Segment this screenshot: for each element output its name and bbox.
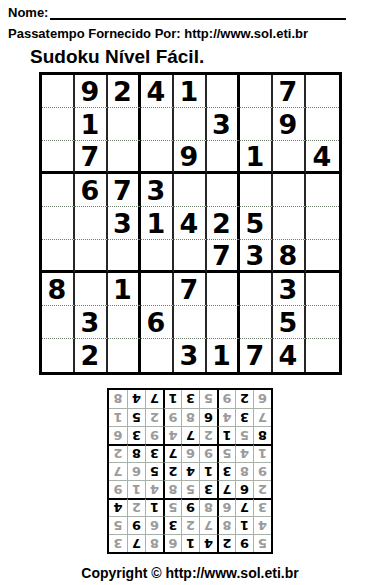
- solution-cell-r7c6: 4: [163, 426, 181, 444]
- solution-cell-r8c9: 1: [109, 408, 127, 426]
- puzzle-cell-r7c9: [306, 273, 339, 306]
- puzzle-cell-r8c6: [207, 306, 240, 339]
- solution-cell-r9c2: 2: [235, 390, 253, 408]
- solution-cell-r8c7: 2: [145, 408, 163, 426]
- solution-cell-r3c6: 5: [163, 498, 181, 516]
- name-label: Nome:: [8, 6, 48, 20]
- puzzle-cell-r5c3: 3: [108, 207, 141, 240]
- solution-cell-r7c2: 5: [235, 426, 253, 444]
- puzzle-cell-r1c3: 2: [108, 75, 141, 108]
- puzzle-cell-r8c1: [42, 306, 75, 339]
- puzzle-cell-r7c4: [141, 273, 174, 306]
- solution-cell-r7c8: 3: [127, 426, 145, 444]
- solution-cell-r6c5: 6: [181, 444, 199, 462]
- solution-cell-r3c3: 6: [217, 498, 235, 516]
- solution-cell-r5c9: 7: [109, 462, 127, 480]
- puzzle-cell-r1c6: [207, 75, 240, 108]
- solution-cell-r8c6: 9: [163, 408, 181, 426]
- solution-cell-r6c3: 5: [217, 444, 235, 462]
- solution-cell-r5c1: 9: [253, 462, 271, 480]
- puzzle-cell-r7c3: 1: [108, 273, 141, 306]
- solution-cell-r4c3: 7: [217, 480, 235, 498]
- solution-cell-r1c1: 5: [253, 534, 271, 552]
- solution-cell-r4c7: 4: [145, 480, 163, 498]
- puzzle-cell-r8c2: 3: [75, 306, 108, 339]
- solution-cell-r7c5: 7: [181, 426, 199, 444]
- puzzle-cell-r7c7: [240, 273, 273, 306]
- puzzle-cell-r5c4: 1: [141, 207, 174, 240]
- puzzle-cell-r3c7: 1: [240, 141, 273, 174]
- solution-cell-r1c8: 7: [127, 534, 145, 552]
- puzzle-cell-r8c9: [306, 306, 339, 339]
- puzzle-cell-r6c9: [306, 240, 339, 273]
- solution-cell-r9c5: 3: [181, 390, 199, 408]
- puzzle-cell-r2c6: 3: [207, 108, 240, 141]
- puzzle-cell-r8c4: 6: [141, 306, 174, 339]
- puzzle-cell-r1c7: [240, 75, 273, 108]
- solution-cell-r3c9: 4: [109, 498, 127, 516]
- puzzle-cell-r6c4: [141, 240, 174, 273]
- solution-cell-r4c6: 8: [163, 480, 181, 498]
- solution-cell-r8c8: 5: [127, 408, 145, 426]
- puzzle-cell-r1c1: [42, 75, 75, 108]
- solution-cell-r2c1: 4: [253, 516, 271, 534]
- solution-cell-r8c5: 8: [181, 408, 199, 426]
- puzzle-cell-r6c5: [174, 240, 207, 273]
- solution-cell-r1c9: 3: [109, 534, 127, 552]
- puzzle-cell-r2c5: [174, 108, 207, 141]
- puzzle-cell-r9c2: 2: [75, 339, 108, 372]
- puzzle-cell-r2c2: 1: [75, 108, 108, 141]
- copyright-text: Copyright © http://www.sol.eti.br: [0, 565, 380, 581]
- puzzle-cell-r7c6: [207, 273, 240, 306]
- puzzle-cell-r6c3: [108, 240, 141, 273]
- solution-cell-r9c8: 4: [127, 390, 145, 408]
- puzzle-cell-r2c7: [240, 108, 273, 141]
- solution-grid: 5924168734187236953768951242673584199831…: [107, 388, 273, 554]
- puzzle-cell-r5c6: 2: [207, 207, 240, 240]
- puzzle-cell-r3c9: 4: [306, 141, 339, 174]
- solution-cell-r6c2: 4: [235, 444, 253, 462]
- puzzle-cell-r6c6: 7: [207, 240, 240, 273]
- puzzle-cell-r6c1: [42, 240, 75, 273]
- puzzle-cell-r2c4: [141, 108, 174, 141]
- solution-cell-r8c1: 7: [253, 408, 271, 426]
- puzzle-cell-r1c5: 1: [174, 75, 207, 108]
- puzzle-cell-r1c2: 9: [75, 75, 108, 108]
- puzzle-cell-r7c5: 7: [174, 273, 207, 306]
- puzzle-cell-r8c3: [108, 306, 141, 339]
- solution-cell-r9c3: 9: [217, 390, 235, 408]
- solution-cell-r3c4: 8: [199, 498, 217, 516]
- solution-cell-r2c9: 5: [109, 516, 127, 534]
- puzzle-cell-r8c7: [240, 306, 273, 339]
- puzzle-cell-r7c2: [75, 273, 108, 306]
- puzzle-cell-r1c4: 4: [141, 75, 174, 108]
- solution-cell-r2c2: 1: [235, 516, 253, 534]
- solution-cell-r5c6: 2: [163, 462, 181, 480]
- solution-cell-r1c4: 4: [199, 534, 217, 552]
- puzzle-cell-r8c5: [174, 306, 207, 339]
- puzzle-cell-r9c6: 1: [207, 339, 240, 372]
- page-title: Sudoku Nível Fácil.: [0, 41, 380, 68]
- puzzle-cell-r9c1: [42, 339, 75, 372]
- puzzle-cell-r3c5: 9: [174, 141, 207, 174]
- puzzle-cell-r3c2: 7: [75, 141, 108, 174]
- solution-cell-r4c5: 5: [181, 480, 199, 498]
- puzzle-cell-r9c3: [108, 339, 141, 372]
- solution-cell-r6c6: 7: [163, 444, 181, 462]
- solution-cell-r5c5: 4: [181, 462, 199, 480]
- solution-cell-r7c4: 2: [199, 426, 217, 444]
- puzzle-cell-r3c8: [273, 141, 306, 174]
- puzzle-cell-r5c7: 5: [240, 207, 273, 240]
- puzzle-cell-r1c9: [306, 75, 339, 108]
- solution-cell-r7c9: 6: [109, 426, 127, 444]
- solution-cell-r6c9: 2: [109, 444, 127, 462]
- puzzle-cell-r2c3: [108, 108, 141, 141]
- solution-cell-r3c7: 1: [145, 498, 163, 516]
- solution-cell-r9c7: 7: [145, 390, 163, 408]
- puzzle-cell-r2c1: [42, 108, 75, 141]
- puzzle-cell-r2c8: 9: [273, 108, 306, 141]
- puzzle-cell-r6c2: [75, 240, 108, 273]
- name-underline: [50, 6, 346, 20]
- solution-cell-r9c6: 1: [163, 390, 181, 408]
- puzzle-cell-r9c8: 4: [273, 339, 306, 372]
- puzzle-cell-r5c5: 4: [174, 207, 207, 240]
- solution-cell-r4c9: 9: [109, 480, 127, 498]
- puzzle-cell-r3c4: [141, 141, 174, 174]
- solution-cell-r6c8: 8: [127, 444, 145, 462]
- solution-cell-r3c1: 3: [253, 498, 271, 516]
- puzzle-cell-r9c9: [306, 339, 339, 372]
- puzzle-cell-r7c1: 8: [42, 273, 75, 306]
- solution-cell-r5c4: 1: [199, 462, 217, 480]
- puzzle-cell-r4c7: [240, 174, 273, 207]
- puzzle-cell-r6c7: 3: [240, 240, 273, 273]
- puzzle-cell-r1c8: 7: [273, 75, 306, 108]
- puzzle-cell-r4c3: 7: [108, 174, 141, 207]
- solution-cell-r5c7: 5: [145, 462, 163, 480]
- solution-cell-r5c3: 3: [217, 462, 235, 480]
- puzzle-cell-r9c4: [141, 339, 174, 372]
- puzzle-cell-r5c1: [42, 207, 75, 240]
- solution-cell-r4c8: 1: [127, 480, 145, 498]
- solution-cell-r4c2: 6: [235, 480, 253, 498]
- solution-cell-r2c3: 8: [217, 516, 235, 534]
- solution-cell-r2c4: 7: [199, 516, 217, 534]
- puzzle-cell-r4c5: [174, 174, 207, 207]
- solution-cell-r1c2: 9: [235, 534, 253, 552]
- solution-cell-r4c1: 2: [253, 480, 271, 498]
- solution-cell-r3c8: 2: [127, 498, 145, 516]
- solution-cell-r2c7: 6: [145, 516, 163, 534]
- solution-cell-r4c4: 3: [199, 480, 217, 498]
- solution-cell-r6c7: 3: [145, 444, 163, 462]
- solution-cell-r6c4: 9: [199, 444, 217, 462]
- solution-cell-r7c7: 9: [145, 426, 163, 444]
- solution-cell-r1c5: 1: [181, 534, 199, 552]
- puzzle-cell-r5c2: [75, 207, 108, 240]
- puzzle-cell-r7c8: 3: [273, 273, 306, 306]
- puzzle-cell-r4c2: 6: [75, 174, 108, 207]
- solution-cell-r1c3: 2: [217, 534, 235, 552]
- solution-cell-r3c2: 7: [235, 498, 253, 516]
- puzzle-cell-r6c8: 8: [273, 240, 306, 273]
- puzzle-cell-r4c6: [207, 174, 240, 207]
- solution-cell-r7c3: 1: [217, 426, 235, 444]
- puzzle-cell-r9c7: 7: [240, 339, 273, 372]
- name-row: Nome:: [0, 0, 380, 20]
- puzzle-cell-r9c5: 3: [174, 339, 207, 372]
- solution-cell-r9c4: 5: [199, 390, 217, 408]
- solution-cell-r7c1: 8: [253, 426, 271, 444]
- solution-cell-r3c5: 9: [181, 498, 199, 516]
- puzzle-cell-r5c8: [273, 207, 306, 240]
- solution-cell-r2c5: 2: [181, 516, 199, 534]
- solution-cell-r1c6: 6: [163, 534, 181, 552]
- provider-text: Passatempo Fornecido Por: http://www.sol…: [0, 20, 380, 41]
- solution-cell-r9c1: 6: [253, 390, 271, 408]
- solution-cell-r9c9: 8: [109, 390, 127, 408]
- puzzle-cell-r4c8: [273, 174, 306, 207]
- puzzle-cell-r3c6: [207, 141, 240, 174]
- solution-cell-r2c8: 9: [127, 516, 145, 534]
- solution-cell-r6c1: 1: [253, 444, 271, 462]
- puzzle-cell-r8c8: 5: [273, 306, 306, 339]
- solution-cell-r8c4: 6: [199, 408, 217, 426]
- puzzle-cell-r5c9: [306, 207, 339, 240]
- solution-cell-r1c7: 8: [145, 534, 163, 552]
- puzzle-cell-r3c3: [108, 141, 141, 174]
- solution-cell-r5c2: 8: [235, 462, 253, 480]
- puzzle-cell-r4c4: 3: [141, 174, 174, 207]
- solution-cell-r5c8: 6: [127, 462, 145, 480]
- solution-cell-r8c3: 4: [217, 408, 235, 426]
- solution-cell-r8c2: 3: [235, 408, 253, 426]
- solution-cell-r2c6: 3: [163, 516, 181, 534]
- puzzle-cell-r2c9: [306, 108, 339, 141]
- puzzle-cell-r4c1: [42, 174, 75, 207]
- puzzle-grid: 92417139791467331425738817336523174: [39, 72, 342, 375]
- puzzle-cell-r4c9: [306, 174, 339, 207]
- puzzle-cell-r3c1: [42, 141, 75, 174]
- sudoku-worksheet: Nome: Passatempo Fornecido Por: http://w…: [0, 0, 380, 585]
